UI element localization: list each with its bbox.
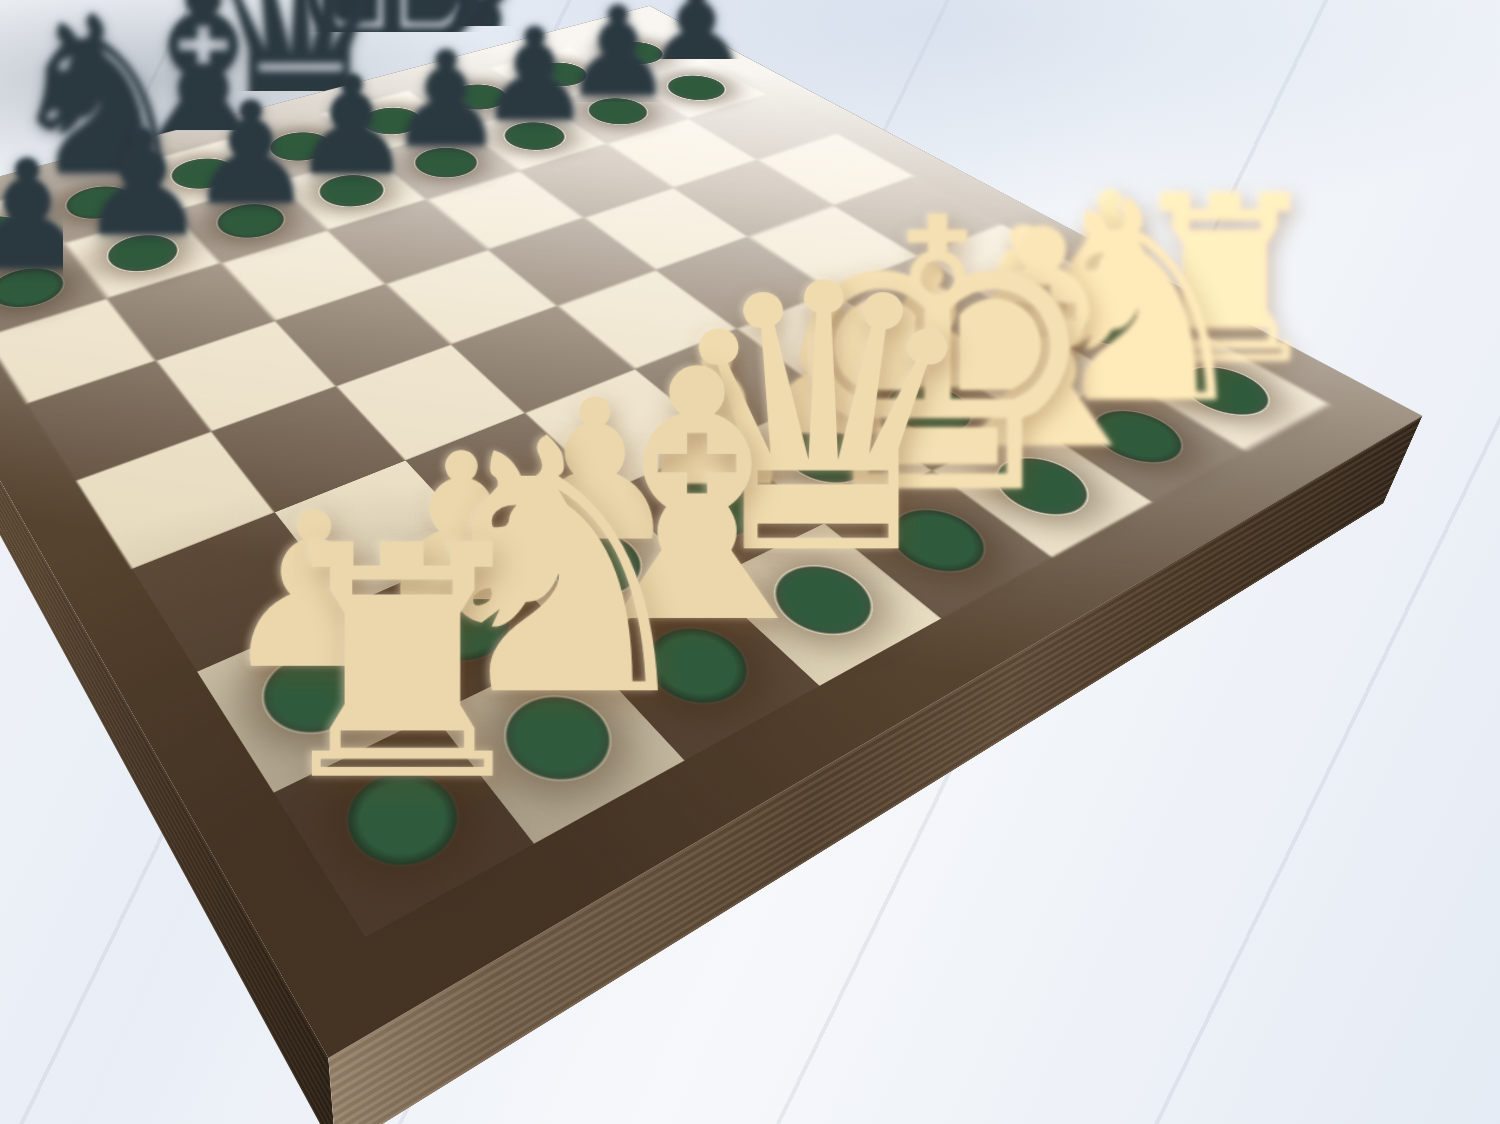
photo-scene: ♜♞♝♛♚♝♞♜♟♟♟♟♟♟♟♟♟♟♟♟♟♟♟♟♜♞♝♛♚♝♞♜ — [0, 0, 1500, 1124]
chess-board: ♜♞♝♛♚♝♞♜♟♟♟♟♟♟♟♟♟♟♟♟♟♟♟♟♜♞♝♛♚♝♞♜ — [0, 6, 1422, 1058]
scene-3d: ♜♞♝♛♚♝♞♜♟♟♟♟♟♟♟♟♟♟♟♟♟♟♟♟♜♞♝♛♚♝♞♜ — [0, 0, 1500, 1124]
board-squares-area: ♜♞♝♛♚♝♞♜♟♟♟♟♟♟♟♟♟♟♟♟♟♟♟♟♜♞♝♛♚♝♞♜ — [0, 27, 1329, 937]
white-rook-glyph: ♜ — [188, 504, 616, 825]
